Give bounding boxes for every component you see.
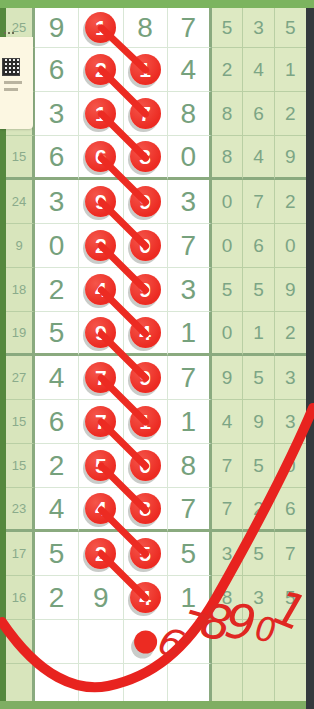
- draw-digit-cell: 5: [35, 312, 79, 356]
- circled-ball: 7: [85, 406, 116, 437]
- draw-digit-cell: 3: [124, 136, 168, 180]
- stat-cell: 5: [243, 356, 274, 400]
- draw-digit-cell: 8: [168, 92, 212, 136]
- draw-digit-cell: 1: [168, 576, 212, 620]
- draw-digit-cell: 2: [79, 48, 123, 92]
- draw-digit-cell: 0: [168, 136, 212, 180]
- circled-ball: 1: [85, 12, 116, 43]
- stat-cell: [243, 620, 274, 664]
- draw-digit-cell: 4: [124, 576, 168, 620]
- stat-cell: 5: [212, 8, 243, 48]
- stat-cell: 3: [212, 532, 243, 576]
- sum-label-cell: [6, 620, 35, 664]
- lottery-trend-chart: 2591875351362142411931788621566308492439…: [0, 0, 314, 709]
- draw-digit-cell: 2: [35, 576, 79, 620]
- top-border-bar: [0, 0, 314, 8]
- stat-cell: 3: [243, 8, 274, 48]
- draw-digit-cell: 9: [124, 356, 168, 400]
- stat-cell: 5: [275, 576, 306, 620]
- draw-digit-cell: 8: [124, 8, 168, 48]
- stat-cell: 0: [275, 444, 306, 488]
- sum-label-cell: 9: [6, 224, 35, 268]
- stat-cell: 5: [243, 532, 274, 576]
- stat-cell: 5: [212, 268, 243, 312]
- circled-ball: 9: [85, 317, 116, 348]
- stat-cell: 9: [275, 268, 306, 312]
- qr-code-icon: [3, 59, 19, 75]
- stat-cell: [275, 620, 306, 664]
- draw-digit-cell: 6: [79, 136, 123, 180]
- circled-ball: 2: [85, 54, 116, 85]
- draw-digit-cell: 3: [35, 180, 79, 224]
- circled-ball: 0: [130, 230, 161, 261]
- stat-cell: 2: [275, 92, 306, 136]
- draw-digit-cell: 9: [124, 180, 168, 224]
- draw-digit-cell: [124, 620, 168, 664]
- stat-cell: 3: [243, 576, 274, 620]
- stat-cell: 7: [275, 532, 306, 576]
- stat-cell: 2: [212, 48, 243, 92]
- stat-cell: 4: [212, 400, 243, 444]
- stat-cell: 2: [275, 180, 306, 224]
- stat-cell: 4: [243, 48, 274, 92]
- draw-digit-cell: 4: [124, 312, 168, 356]
- draw-digit-cell: 0: [124, 224, 168, 268]
- number-grid: 2591875351362142411931788621566308492439…: [6, 8, 306, 708]
- watermark-text-line: [4, 81, 22, 84]
- circled-ball: 4: [85, 493, 116, 524]
- draw-digit-cell: 1: [168, 400, 212, 444]
- draw-digit-cell: 4: [168, 48, 212, 92]
- circled-ball: 4: [130, 582, 161, 613]
- stat-cell: 9: [275, 136, 306, 180]
- circled-ball: 2: [85, 538, 116, 569]
- sum-label-cell: 15: [6, 400, 35, 444]
- draw-digit-cell: 2: [35, 268, 79, 312]
- draw-digit-cell: 7: [79, 400, 123, 444]
- draw-digit-cell: 4: [79, 268, 123, 312]
- stat-cell: 6: [243, 224, 274, 268]
- draw-digit-cell: 4: [35, 356, 79, 400]
- circled-ball: 3: [130, 141, 161, 172]
- stat-cell: 5: [243, 444, 274, 488]
- draw-digit-cell: 1: [79, 8, 123, 48]
- draw-digit-cell: 7: [124, 92, 168, 136]
- stat-cell: 9: [212, 356, 243, 400]
- stat-cell: 8: [212, 92, 243, 136]
- draw-digit-cell: 9: [79, 312, 123, 356]
- stat-cell: 0: [212, 224, 243, 268]
- draw-digit-cell: 6: [35, 48, 79, 92]
- watermark-text-line: [4, 88, 18, 91]
- sum-label-cell: 15: [6, 136, 35, 180]
- draw-digit-cell: 5: [35, 532, 79, 576]
- draw-digit-cell: 2: [35, 444, 79, 488]
- circled-ball: 7: [85, 362, 116, 393]
- draw-digit-cell: 5: [168, 532, 212, 576]
- sum-label-cell: 16: [6, 576, 35, 620]
- circled-ball: 8: [130, 493, 161, 524]
- circled-ball: 1: [130, 54, 161, 85]
- sum-label-cell: 19: [6, 312, 35, 356]
- sum-label-cell: 24: [6, 180, 35, 224]
- draw-digit-cell: 3: [168, 268, 212, 312]
- stat-cell: 3: [275, 400, 306, 444]
- right-dark-strip: [306, 8, 314, 709]
- draw-digit-cell: [168, 620, 212, 664]
- stat-cell: [212, 620, 243, 664]
- stat-cell: 3: [275, 356, 306, 400]
- sum-label-cell: 15: [6, 444, 35, 488]
- draw-digit-cell: 0: [124, 444, 168, 488]
- circled-ball: 0: [130, 450, 161, 481]
- stat-cell: 0: [212, 312, 243, 356]
- stat-cell: 7: [243, 180, 274, 224]
- circled-ball: 9: [130, 186, 161, 217]
- circled-ball: 6: [85, 141, 116, 172]
- sum-label-cell: 27: [6, 356, 35, 400]
- draw-digit-cell: 3: [35, 92, 79, 136]
- stat-cell: 2: [275, 312, 306, 356]
- draw-digit-cell: 9: [79, 180, 123, 224]
- circled-ball: 1: [85, 98, 116, 129]
- draw-digit-cell: 7: [168, 488, 212, 532]
- draw-digit-cell: 3: [168, 180, 212, 224]
- stat-cell: 7: [212, 444, 243, 488]
- draw-digit-cell: 2: [79, 532, 123, 576]
- stat-cell: 0: [212, 180, 243, 224]
- draw-digit-cell: 5: [79, 444, 123, 488]
- sum-label-cell: 17: [6, 532, 35, 576]
- stat-cell: 8: [212, 576, 243, 620]
- draw-digit-cell: 7: [168, 356, 212, 400]
- stat-cell: 1: [243, 312, 274, 356]
- draw-digit-cell: 7: [79, 356, 123, 400]
- draw-digit-cell: 1: [124, 48, 168, 92]
- draw-digit-cell: 5: [124, 532, 168, 576]
- circled-ball: 9: [130, 362, 161, 393]
- stat-cell: 1: [275, 48, 306, 92]
- stat-cell: 8: [212, 136, 243, 180]
- draw-digit-cell: 7: [168, 8, 212, 48]
- draw-digit-cell: 4: [35, 488, 79, 532]
- draw-digit-cell: 4: [79, 488, 123, 532]
- circled-ball: 4: [130, 317, 161, 348]
- circled-ball: 2: [85, 230, 116, 261]
- watermark-dots: [4, 32, 6, 34]
- circled-ball: 1: [130, 406, 161, 437]
- draw-digit-cell: 0: [35, 224, 79, 268]
- circled-ball: 9: [130, 274, 161, 305]
- draw-digit-cell: 1: [79, 92, 123, 136]
- draw-digit-cell: 1: [168, 312, 212, 356]
- stat-cell: 0: [275, 224, 306, 268]
- stat-cell: 5: [243, 268, 274, 312]
- draw-digit-cell: 8: [168, 444, 212, 488]
- draw-digit-cell: 8: [124, 488, 168, 532]
- draw-digit-cell: 9: [79, 576, 123, 620]
- stat-cell: 6: [243, 92, 274, 136]
- draw-digit-cell: [79, 620, 123, 664]
- draw-digit-cell: 2: [79, 224, 123, 268]
- qr-watermark: [0, 37, 33, 129]
- stat-cell: 9: [243, 400, 274, 444]
- stat-cell: 6: [275, 488, 306, 532]
- draw-digit-cell: 7: [168, 224, 212, 268]
- stat-cell: 2: [243, 488, 274, 532]
- stat-cell: 4: [243, 136, 274, 180]
- draw-digit-cell: [35, 620, 79, 664]
- draw-digit-cell: 9: [35, 8, 79, 48]
- circled-ball: 7: [130, 98, 161, 129]
- circled-ball: 4: [85, 274, 116, 305]
- circled-ball: 9: [85, 186, 116, 217]
- stat-cell: 5: [275, 8, 306, 48]
- draw-digit-cell: 6: [35, 400, 79, 444]
- bottom-border-bar: [0, 701, 306, 709]
- draw-digit-cell: 9: [124, 268, 168, 312]
- sum-label-cell: 23: [6, 488, 35, 532]
- stat-cell: 7: [212, 488, 243, 532]
- circled-ball: 5: [85, 450, 116, 481]
- sum-label-cell: 18: [6, 268, 35, 312]
- circled-ball: 5: [130, 538, 161, 569]
- draw-digit-cell: 6: [35, 136, 79, 180]
- draw-digit-cell: 1: [124, 400, 168, 444]
